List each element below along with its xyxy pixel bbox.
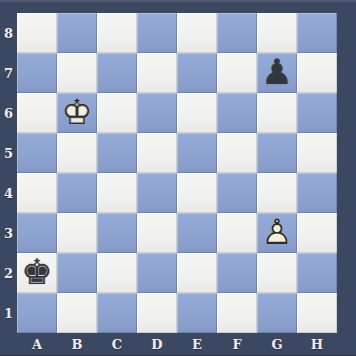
square-c4[interactable] xyxy=(97,173,137,213)
square-e3[interactable] xyxy=(177,213,217,253)
square-h6[interactable] xyxy=(297,93,337,133)
white-pawn[interactable]: ♟♙ xyxy=(257,213,297,253)
rank-label: 7 xyxy=(0,53,17,93)
square-c8[interactable] xyxy=(97,13,137,53)
file-label: H xyxy=(297,334,337,354)
rank-label: 3 xyxy=(0,213,17,253)
square-a2[interactable]: ♚ xyxy=(17,253,57,293)
square-c7[interactable] xyxy=(97,53,137,93)
file-label: E xyxy=(177,334,217,354)
square-d2[interactable] xyxy=(137,253,177,293)
file-label: C xyxy=(97,334,137,354)
square-h4[interactable] xyxy=(297,173,337,213)
rank-label: 2 xyxy=(0,253,17,293)
file-label: F xyxy=(217,334,257,354)
rank-label: 4 xyxy=(0,173,17,213)
square-e1[interactable] xyxy=(177,293,217,333)
file-label: B xyxy=(57,334,97,354)
piece-outline-glyph: ♔ xyxy=(57,95,97,130)
rank-labels: 87654321 xyxy=(0,13,17,333)
square-e5[interactable] xyxy=(177,133,217,173)
piece-glyph: ♚ xyxy=(17,255,57,290)
square-a5[interactable] xyxy=(17,133,57,173)
rank-label: 5 xyxy=(0,133,17,173)
square-e8[interactable] xyxy=(177,13,217,53)
square-g4[interactable] xyxy=(257,173,297,213)
file-label: A xyxy=(17,334,57,354)
square-b7[interactable] xyxy=(57,53,97,93)
square-b4[interactable] xyxy=(57,173,97,213)
square-f2[interactable] xyxy=(217,253,257,293)
square-b1[interactable] xyxy=(57,293,97,333)
square-d3[interactable] xyxy=(137,213,177,253)
square-d8[interactable] xyxy=(137,13,177,53)
black-pawn[interactable]: ♟ xyxy=(257,53,297,93)
square-g8[interactable] xyxy=(257,13,297,53)
square-a7[interactable] xyxy=(17,53,57,93)
square-h2[interactable] xyxy=(297,253,337,293)
square-d6[interactable] xyxy=(137,93,177,133)
square-f5[interactable] xyxy=(217,133,257,173)
square-h3[interactable] xyxy=(297,213,337,253)
square-d1[interactable] xyxy=(137,293,177,333)
piece-glyph: ♟ xyxy=(257,55,297,90)
square-c3[interactable] xyxy=(97,213,137,253)
square-d7[interactable] xyxy=(137,53,177,93)
square-a1[interactable] xyxy=(17,293,57,333)
square-c2[interactable] xyxy=(97,253,137,293)
square-f1[interactable] xyxy=(217,293,257,333)
file-labels: ABCDEFGH xyxy=(17,334,337,354)
square-a3[interactable] xyxy=(17,213,57,253)
square-b8[interactable] xyxy=(57,13,97,53)
square-a6[interactable] xyxy=(17,93,57,133)
square-c5[interactable] xyxy=(97,133,137,173)
piece-outline-glyph: ♙ xyxy=(257,215,297,250)
white-king[interactable]: ♚♔ xyxy=(57,93,97,133)
square-f4[interactable] xyxy=(217,173,257,213)
square-a4[interactable] xyxy=(17,173,57,213)
square-f7[interactable] xyxy=(217,53,257,93)
square-f3[interactable] xyxy=(217,213,257,253)
square-a8[interactable] xyxy=(17,13,57,53)
square-c6[interactable] xyxy=(97,93,137,133)
square-c1[interactable] xyxy=(97,293,137,333)
square-h1[interactable] xyxy=(297,293,337,333)
chess-board[interactable]: ♟♚♔♟♙♚ xyxy=(17,13,337,333)
rank-label: 8 xyxy=(0,13,17,53)
file-label: D xyxy=(137,334,177,354)
square-e7[interactable] xyxy=(177,53,217,93)
square-h8[interactable] xyxy=(297,13,337,53)
square-e6[interactable] xyxy=(177,93,217,133)
square-b5[interactable] xyxy=(57,133,97,173)
square-b2[interactable] xyxy=(57,253,97,293)
square-g3[interactable]: ♟♙ xyxy=(257,213,297,253)
square-f8[interactable] xyxy=(217,13,257,53)
square-g7[interactable]: ♟ xyxy=(257,53,297,93)
chess-diagram: 87654321 ♟♚♔♟♙♚ ABCDEFGH xyxy=(0,0,356,356)
square-g6[interactable] xyxy=(257,93,297,133)
square-b3[interactable] xyxy=(57,213,97,253)
square-g2[interactable] xyxy=(257,253,297,293)
square-g5[interactable] xyxy=(257,133,297,173)
square-h7[interactable] xyxy=(297,53,337,93)
square-e2[interactable] xyxy=(177,253,217,293)
file-label: G xyxy=(257,334,297,354)
rank-label: 1 xyxy=(0,293,17,333)
square-f6[interactable] xyxy=(217,93,257,133)
square-b6[interactable]: ♚♔ xyxy=(57,93,97,133)
square-e4[interactable] xyxy=(177,173,217,213)
black-king[interactable]: ♚ xyxy=(17,253,57,293)
rank-label: 6 xyxy=(0,93,17,133)
square-d4[interactable] xyxy=(137,173,177,213)
square-d5[interactable] xyxy=(137,133,177,173)
square-h5[interactable] xyxy=(297,133,337,173)
square-g1[interactable] xyxy=(257,293,297,333)
